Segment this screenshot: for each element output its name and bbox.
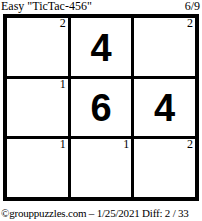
cell-r3c2[interactable]: 1 (71, 139, 132, 197)
cell-r1c1[interactable]: 2 (7, 18, 68, 76)
cell-clue: 2 (187, 17, 193, 30)
cell-r3c3[interactable]: 2 (134, 139, 195, 197)
cell-r2c1[interactable]: 1 (7, 79, 68, 137)
cell-clue: 2 (187, 138, 193, 151)
cell-clue: 1 (60, 78, 66, 91)
header: Easy "TicTac-456" 6/9 (0, 0, 202, 14)
cell-r2c3[interactable]: 4 (134, 79, 195, 137)
cell-r2c2[interactable]: 6 (71, 79, 132, 137)
cell-r1c2[interactable]: 4 (71, 18, 132, 76)
cell-r1c3[interactable]: 2 (134, 18, 195, 76)
cell-value: 4 (154, 89, 175, 127)
cell-clue: 1 (123, 138, 129, 151)
cell-value: 6 (90, 89, 111, 127)
cell-clue: 1 (60, 138, 66, 151)
puzzle-page: Easy "TicTac-456" 6/9 2 4 2 1 6 4 1 (0, 0, 202, 221)
page-indicator: 6/9 (185, 0, 202, 13)
puzzle-board: 2 4 2 1 6 4 1 1 (3, 14, 199, 201)
cell-value: 4 (90, 29, 111, 67)
puzzle-title: Easy "TicTac-456" (0, 0, 92, 13)
cell-clue: 2 (60, 17, 66, 30)
cell-r3c1[interactable]: 1 (7, 139, 68, 197)
copyright-line: ©grouppuzzles.com – 1/25/2021 Diff: 2 / … (1, 207, 202, 220)
